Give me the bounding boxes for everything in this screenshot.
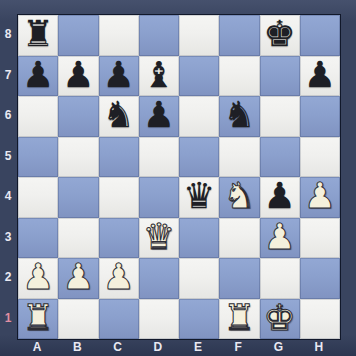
piece-white-rook: ♜	[22, 299, 54, 338]
square-b8[interactable]	[58, 15, 98, 56]
square-e3[interactable]	[179, 218, 219, 259]
square-e4[interactable]: ♛	[179, 177, 219, 218]
square-a3[interactable]	[18, 218, 58, 259]
square-f7[interactable]	[219, 56, 259, 97]
file-label-b: B	[57, 340, 97, 356]
square-c4[interactable]	[99, 177, 139, 218]
square-b1[interactable]	[58, 299, 98, 340]
square-d5[interactable]	[139, 137, 179, 178]
rank-label-2: 2	[0, 257, 16, 297]
square-e6[interactable]	[179, 96, 219, 137]
piece-white-pawn: ♟	[102, 258, 134, 297]
square-a2[interactable]: ♟	[18, 258, 58, 299]
square-f8[interactable]	[219, 15, 259, 56]
square-f5[interactable]	[219, 137, 259, 178]
square-d3[interactable]: ♛	[139, 218, 179, 259]
square-c8[interactable]	[99, 15, 139, 56]
rank-label-8: 8	[0, 14, 16, 54]
square-a8[interactable]: ♜	[18, 15, 58, 56]
piece-black-pawn: ♟	[304, 56, 336, 95]
square-d4[interactable]	[139, 177, 179, 218]
piece-white-rook: ♜	[223, 299, 255, 338]
square-d1[interactable]	[139, 299, 179, 340]
square-b6[interactable]	[58, 96, 98, 137]
square-h7[interactable]: ♟	[300, 56, 340, 97]
file-label-d: D	[138, 340, 178, 356]
piece-white-pawn: ♟	[22, 258, 54, 297]
rank-label-5: 5	[0, 136, 16, 176]
piece-black-pawn: ♟	[263, 177, 295, 216]
piece-black-pawn: ♟	[143, 96, 175, 135]
square-b7[interactable]: ♟	[58, 56, 98, 97]
rank-label-1: 1	[0, 298, 16, 338]
square-h5[interactable]	[300, 137, 340, 178]
rank-label-4: 4	[0, 176, 16, 216]
square-g4[interactable]: ♟	[260, 177, 300, 218]
square-e2[interactable]	[179, 258, 219, 299]
piece-black-pawn: ♟	[22, 56, 54, 95]
square-c3[interactable]	[99, 218, 139, 259]
square-h1[interactable]	[300, 299, 340, 340]
square-g8[interactable]: ♚	[260, 15, 300, 56]
chess-app-frame: ♜♚♟♟♟♝♟♞♟♞♛♞♟♟♛♟♟♟♟♜♜♚ 87654321 ABCDEFGH	[0, 0, 356, 356]
file-label-c: C	[98, 340, 138, 356]
square-b3[interactable]	[58, 218, 98, 259]
piece-white-pawn: ♟	[304, 177, 336, 216]
piece-black-rook: ♜	[22, 15, 54, 54]
rank-label-3: 3	[0, 217, 16, 257]
square-g1[interactable]: ♚	[260, 299, 300, 340]
piece-white-pawn: ♟	[263, 218, 295, 257]
square-a6[interactable]	[18, 96, 58, 137]
piece-black-king: ♚	[263, 15, 295, 54]
square-a1[interactable]: ♜	[18, 299, 58, 340]
piece-black-knight: ♞	[223, 96, 255, 135]
square-f4[interactable]: ♞	[219, 177, 259, 218]
file-label-h: H	[299, 340, 339, 356]
square-h2[interactable]	[300, 258, 340, 299]
square-b2[interactable]: ♟	[58, 258, 98, 299]
square-a5[interactable]	[18, 137, 58, 178]
file-label-e: E	[178, 340, 218, 356]
square-f1[interactable]: ♜	[219, 299, 259, 340]
piece-white-pawn: ♟	[62, 258, 94, 297]
file-label-f: F	[218, 340, 258, 356]
square-e7[interactable]	[179, 56, 219, 97]
square-d7[interactable]: ♝	[139, 56, 179, 97]
square-h4[interactable]: ♟	[300, 177, 340, 218]
piece-white-king: ♚	[263, 299, 295, 338]
piece-black-bishop: ♝	[143, 56, 175, 95]
square-b4[interactable]	[58, 177, 98, 218]
rank-label-7: 7	[0, 55, 16, 95]
square-f2[interactable]	[219, 258, 259, 299]
file-label-a: A	[17, 340, 57, 356]
square-d8[interactable]	[139, 15, 179, 56]
square-a7[interactable]: ♟	[18, 56, 58, 97]
square-c7[interactable]: ♟	[99, 56, 139, 97]
piece-black-queen: ♛	[183, 177, 215, 216]
square-d6[interactable]: ♟	[139, 96, 179, 137]
piece-black-knight: ♞	[102, 96, 134, 135]
square-g3[interactable]: ♟	[260, 218, 300, 259]
piece-white-knight: ♞	[223, 177, 255, 216]
piece-black-pawn: ♟	[102, 56, 134, 95]
square-c1[interactable]	[99, 299, 139, 340]
square-e5[interactable]	[179, 137, 219, 178]
square-g6[interactable]	[260, 96, 300, 137]
square-d2[interactable]	[139, 258, 179, 299]
square-f6[interactable]: ♞	[219, 96, 259, 137]
chess-board: ♜♚♟♟♟♝♟♞♟♞♛♞♟♟♛♟♟♟♟♜♜♚	[17, 14, 341, 340]
square-b5[interactable]	[58, 137, 98, 178]
square-g5[interactable]	[260, 137, 300, 178]
square-e8[interactable]	[179, 15, 219, 56]
square-a4[interactable]	[18, 177, 58, 218]
square-f3[interactable]	[219, 218, 259, 259]
piece-white-queen: ♛	[143, 218, 175, 257]
square-g2[interactable]	[260, 258, 300, 299]
file-label-g: G	[259, 340, 299, 356]
square-c5[interactable]	[99, 137, 139, 178]
piece-black-pawn: ♟	[62, 56, 94, 95]
square-c2[interactable]: ♟	[99, 258, 139, 299]
square-h6[interactable]	[300, 96, 340, 137]
rank-label-6: 6	[0, 95, 16, 135]
square-c6[interactable]: ♞	[99, 96, 139, 137]
square-g7[interactable]	[260, 56, 300, 97]
square-h8[interactable]	[300, 15, 340, 56]
square-e1[interactable]	[179, 299, 219, 340]
square-h3[interactable]	[300, 218, 340, 259]
